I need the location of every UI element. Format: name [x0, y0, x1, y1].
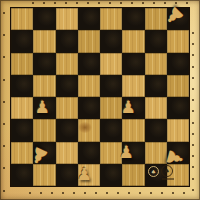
frame-dot — [192, 43, 194, 45]
frame-dot — [40, 192, 42, 194]
frame-dot — [142, 2, 144, 4]
square-d4[interactable] — [78, 97, 100, 119]
spade-icon: ♠ — [164, 168, 169, 174]
square-c4[interactable] — [56, 97, 78, 119]
square-h6[interactable] — [167, 53, 189, 75]
square-g3[interactable] — [145, 119, 167, 141]
frame-dot — [98, 2, 100, 4]
square-a4[interactable] — [11, 97, 33, 119]
frame-dot — [192, 110, 194, 112]
stamp-text-line — [162, 178, 174, 180]
square-e1[interactable] — [100, 164, 122, 186]
frame-dot — [3, 167, 5, 169]
square-a3[interactable] — [11, 119, 33, 141]
square-f8[interactable] — [122, 8, 144, 30]
frame-dot — [186, 2, 188, 4]
frame-dot — [192, 166, 194, 168]
frame-dot — [84, 192, 86, 194]
square-a6[interactable] — [11, 53, 33, 75]
square-d2[interactable] — [78, 142, 100, 164]
square-f7[interactable] — [122, 30, 144, 52]
stamp-emblem-right: ♠ — [161, 165, 173, 177]
frame-dot — [117, 192, 119, 194]
square-g5[interactable] — [145, 75, 167, 97]
frame-dot — [3, 190, 5, 192]
frame-dot — [54, 2, 56, 4]
square-a8[interactable] — [11, 8, 33, 30]
frame-dot — [172, 192, 174, 194]
square-c2[interactable] — [56, 142, 78, 164]
square-g6[interactable] — [145, 53, 167, 75]
square-c8[interactable] — [56, 8, 78, 30]
spade-icon: ♠ — [151, 169, 156, 175]
frame-dot — [62, 192, 64, 194]
frame-dot — [128, 192, 130, 194]
square-g7[interactable] — [145, 30, 167, 52]
frame-dot — [3, 12, 5, 14]
wood-knot-d3 — [76, 120, 94, 135]
square-b8[interactable] — [33, 8, 55, 30]
square-g4[interactable] — [145, 97, 167, 119]
square-h3[interactable] — [167, 119, 189, 141]
frame-dot — [192, 88, 194, 90]
square-d5[interactable] — [78, 75, 100, 97]
square-e6[interactable] — [100, 53, 122, 75]
square-b5[interactable] — [33, 75, 55, 97]
board-photo: ♠ ♠ ♟♟♟♟♟♟♟ — [0, 0, 200, 200]
frame-dot — [192, 122, 194, 124]
frame-dot — [192, 144, 194, 146]
frame-dot — [32, 2, 34, 4]
pawn-f4[interactable]: ♟ — [120, 99, 135, 116]
square-a1[interactable] — [11, 164, 33, 186]
square-f6[interactable] — [122, 53, 144, 75]
frame-dot — [76, 2, 78, 4]
square-a5[interactable] — [11, 75, 33, 97]
square-c3[interactable] — [56, 119, 78, 141]
frame-dot — [161, 192, 163, 194]
frame-dot — [192, 178, 194, 180]
square-d8[interactable] — [78, 8, 100, 30]
frame-dot — [139, 192, 141, 194]
frame-dot — [106, 192, 108, 194]
square-c5[interactable] — [56, 75, 78, 97]
frame-dot — [192, 133, 194, 135]
frame-dot — [43, 2, 45, 4]
frame-dot — [120, 2, 122, 4]
square-f5[interactable] — [122, 75, 144, 97]
square-e7[interactable] — [100, 30, 122, 52]
square-f3[interactable] — [122, 119, 144, 141]
square-b3[interactable] — [33, 119, 55, 141]
square-h7[interactable] — [167, 30, 189, 52]
frame-dot — [192, 32, 194, 34]
square-h5[interactable] — [167, 75, 189, 97]
square-c7[interactable] — [56, 30, 78, 52]
frame-dot — [3, 123, 5, 125]
stamp-emblem-left: ♠ — [148, 166, 159, 177]
frame-dot — [29, 192, 31, 194]
frame-dot — [109, 2, 111, 4]
pawn-f2[interactable]: ♟ — [118, 144, 133, 161]
frame-dot — [73, 192, 75, 194]
frame-dot — [51, 192, 53, 194]
frame-dot — [192, 77, 194, 79]
frame-dot — [192, 66, 194, 68]
frame-dot — [192, 54, 194, 56]
pawn-b4[interactable]: ♟ — [34, 99, 49, 116]
frame-dot — [3, 145, 5, 147]
square-e3[interactable] — [100, 119, 122, 141]
square-e8[interactable] — [100, 8, 122, 30]
frame-dot — [87, 2, 89, 4]
frame-dot — [183, 192, 185, 194]
frame-dot — [150, 192, 152, 194]
frame-dot — [3, 101, 5, 103]
square-b6[interactable] — [33, 53, 55, 75]
frame-dot — [3, 34, 5, 36]
square-d7[interactable] — [78, 30, 100, 52]
frame-dot — [3, 79, 5, 81]
frame-dot — [65, 2, 67, 4]
square-c1[interactable] — [56, 164, 78, 186]
frame-dot — [192, 99, 194, 101]
frame-dot — [192, 155, 194, 157]
square-c6[interactable] — [56, 53, 78, 75]
square-e4[interactable] — [100, 97, 122, 119]
square-e5[interactable] — [100, 75, 122, 97]
square-d6[interactable] — [78, 53, 100, 75]
frame-dot — [164, 2, 166, 4]
frame-dot — [131, 2, 133, 4]
frame-dot — [192, 189, 194, 191]
frame-dot — [153, 2, 155, 4]
pawn-d1[interactable]: ♟ — [76, 166, 91, 183]
square-a7[interactable] — [11, 30, 33, 52]
frame-dot — [95, 192, 97, 194]
frame-dot — [3, 56, 5, 58]
square-h4[interactable] — [167, 97, 189, 119]
square-f1[interactable] — [122, 164, 144, 186]
square-b7[interactable] — [33, 30, 55, 52]
